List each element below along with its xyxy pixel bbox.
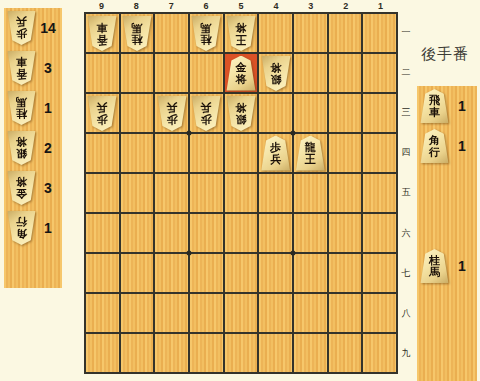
square-1-7[interactable] bbox=[363, 254, 396, 292]
square-5-2[interactable]: 金将 bbox=[225, 54, 258, 92]
koma-dragon-sente[interactable]: 龍王 bbox=[295, 136, 325, 171]
gote-hand-tray: 歩兵14香車3桂馬1銀将2金将3角行1 bbox=[4, 8, 62, 288]
square-8-1[interactable]: 桂馬 bbox=[121, 14, 154, 52]
file-label-6: 6 bbox=[189, 0, 224, 12]
koma-kanji: 車 bbox=[16, 55, 27, 67]
koma-kanji: 行 bbox=[429, 147, 440, 159]
koma-bishop-gote[interactable]: 角行 bbox=[7, 211, 36, 245]
shogi-board: 987654321 香車桂馬桂馬王将金将銀将歩兵歩兵歩兵銀将歩兵龍王 一二三四五… bbox=[82, 0, 413, 378]
hoshi-dot bbox=[187, 131, 192, 136]
square-2-4[interactable] bbox=[329, 134, 362, 172]
square-9-9[interactable] bbox=[86, 334, 119, 372]
koma-kanji: 桂 bbox=[16, 107, 27, 119]
square-3-4[interactable]: 龍王 bbox=[294, 134, 327, 172]
koma-kanji: 兵 bbox=[201, 100, 212, 112]
koma-pawn-gote[interactable]: 歩兵 bbox=[191, 96, 221, 131]
square-2-5[interactable] bbox=[329, 174, 362, 212]
hand-slot-bishop[interactable]: 角行1 bbox=[417, 126, 477, 166]
koma-kanji: 兵 bbox=[97, 100, 108, 112]
square-5-7[interactable] bbox=[225, 254, 258, 292]
koma-kanji: 将 bbox=[270, 60, 281, 72]
square-7-9[interactable] bbox=[155, 334, 188, 372]
koma-knight-gote[interactable]: 桂馬 bbox=[7, 91, 36, 125]
square-3-9[interactable] bbox=[294, 334, 327, 372]
koma-kanji: 馬 bbox=[131, 20, 142, 32]
square-6-9[interactable] bbox=[190, 334, 223, 372]
square-4-2[interactable]: 銀将 bbox=[259, 54, 292, 92]
koma-knight-gote[interactable]: 桂馬 bbox=[122, 16, 152, 51]
koma-kanji: 香 bbox=[97, 32, 108, 44]
rank-label-9: 九 bbox=[399, 334, 413, 374]
koma-kanji: 龍 bbox=[305, 142, 316, 154]
hand-count-bishop: 1 bbox=[449, 138, 475, 154]
koma-kanji: 車 bbox=[429, 107, 440, 119]
hand-slot-rook[interactable]: 飛車1 bbox=[417, 86, 477, 126]
koma-kanji: 香 bbox=[16, 67, 27, 79]
board-grid: 香車桂馬桂馬王将金将銀将歩兵歩兵歩兵銀将歩兵龍王 bbox=[84, 12, 398, 374]
square-7-4[interactable] bbox=[155, 134, 188, 172]
koma-kanji: 銀 bbox=[235, 112, 246, 124]
square-3-8[interactable] bbox=[294, 294, 327, 332]
square-5-1[interactable]: 王将 bbox=[225, 14, 258, 52]
square-1-6[interactable] bbox=[363, 214, 396, 252]
square-3-1[interactable] bbox=[294, 14, 327, 52]
square-7-7[interactable] bbox=[155, 254, 188, 292]
square-9-8[interactable] bbox=[86, 294, 119, 332]
koma-kanji: 銀 bbox=[270, 72, 281, 84]
koma-kanji: 馬 bbox=[16, 95, 27, 107]
square-8-3[interactable] bbox=[121, 94, 154, 132]
square-5-3[interactable]: 銀将 bbox=[225, 94, 258, 132]
turn-indicator: 後手番 bbox=[421, 45, 469, 64]
square-9-2[interactable] bbox=[86, 54, 119, 92]
hand-count-knight: 1 bbox=[449, 258, 475, 274]
square-3-2[interactable] bbox=[294, 54, 327, 92]
square-4-3[interactable] bbox=[259, 94, 292, 132]
square-2-9[interactable] bbox=[329, 334, 362, 372]
hand-slot-pawn[interactable]: 歩兵14 bbox=[4, 8, 62, 48]
square-6-7[interactable] bbox=[190, 254, 223, 292]
hand-slot-gold[interactable]: 金将3 bbox=[4, 168, 62, 208]
hand-count-knight: 1 bbox=[36, 100, 60, 116]
square-8-2[interactable] bbox=[121, 54, 154, 92]
hand-count-rook: 1 bbox=[449, 98, 475, 114]
rank-labels: 一二三四五六七八九 bbox=[399, 12, 413, 374]
koma-kanji: 馬 bbox=[429, 267, 440, 279]
square-9-7[interactable] bbox=[86, 254, 119, 292]
koma-bishop-sente[interactable]: 角行 bbox=[420, 129, 449, 163]
file-label-2: 2 bbox=[328, 0, 363, 12]
hand-slot-bishop[interactable]: 角行1 bbox=[4, 208, 62, 248]
square-1-3[interactable] bbox=[363, 94, 396, 132]
square-8-8[interactable] bbox=[121, 294, 154, 332]
rank-label-4: 四 bbox=[399, 133, 413, 173]
square-3-6[interactable] bbox=[294, 214, 327, 252]
koma-kanji: 歩 bbox=[16, 27, 27, 39]
koma-pawn-gote[interactable]: 歩兵 bbox=[157, 96, 187, 131]
file-label-5: 5 bbox=[224, 0, 259, 12]
square-6-6[interactable] bbox=[190, 214, 223, 252]
rank-label-8: 八 bbox=[399, 294, 413, 334]
square-1-1[interactable] bbox=[363, 14, 396, 52]
koma-kanji: 兵 bbox=[16, 15, 27, 27]
file-label-9: 9 bbox=[84, 0, 119, 12]
sente-hand-tray: 飛車1角行1桂馬1 bbox=[417, 86, 477, 381]
square-8-5[interactable] bbox=[121, 174, 154, 212]
square-1-8[interactable] bbox=[363, 294, 396, 332]
square-5-5[interactable] bbox=[225, 174, 258, 212]
square-4-7[interactable] bbox=[259, 254, 292, 292]
koma-kanji: 車 bbox=[97, 20, 108, 32]
koma-king-gote[interactable]: 王将 bbox=[226, 16, 256, 51]
koma-pawn-sente[interactable]: 歩兵 bbox=[261, 136, 291, 171]
koma-kanji: 桂 bbox=[131, 32, 142, 44]
hand-count-bishop: 1 bbox=[36, 220, 60, 236]
koma-lance-gote[interactable]: 香車 bbox=[7, 51, 36, 85]
hand-slot-silver[interactable]: 銀将2 bbox=[4, 128, 62, 168]
file-label-1: 1 bbox=[363, 0, 398, 12]
koma-pawn-gote[interactable]: 歩兵 bbox=[87, 96, 117, 131]
hand-slot-empty bbox=[4, 248, 62, 288]
square-1-9[interactable] bbox=[363, 334, 396, 372]
square-3-5[interactable] bbox=[294, 174, 327, 212]
hand-count-silver: 2 bbox=[36, 140, 60, 156]
rank-label-6: 六 bbox=[399, 213, 413, 253]
square-2-2[interactable] bbox=[329, 54, 362, 92]
koma-pawn-gote[interactable]: 歩兵 bbox=[7, 11, 36, 45]
rank-label-7: 七 bbox=[399, 253, 413, 293]
square-6-4[interactable] bbox=[190, 134, 223, 172]
square-8-6[interactable] bbox=[121, 214, 154, 252]
file-label-3: 3 bbox=[293, 0, 328, 12]
square-6-8[interactable] bbox=[190, 294, 223, 332]
koma-kanji: 馬 bbox=[201, 20, 212, 32]
koma-kanji: 将 bbox=[235, 74, 246, 86]
square-2-3[interactable] bbox=[329, 94, 362, 132]
hand-slot-knight[interactable]: 桂馬1 bbox=[4, 88, 62, 128]
koma-kanji: 兵 bbox=[270, 154, 281, 166]
rank-label-3: 三 bbox=[399, 92, 413, 132]
square-7-3[interactable]: 歩兵 bbox=[155, 94, 188, 132]
file-label-7: 7 bbox=[154, 0, 189, 12]
hand-slot-knight[interactable]: 桂馬1 bbox=[417, 246, 477, 286]
square-4-4[interactable]: 歩兵 bbox=[259, 134, 292, 172]
square-5-8[interactable] bbox=[225, 294, 258, 332]
koma-kanji: 歩 bbox=[270, 142, 281, 154]
square-3-3[interactable] bbox=[294, 94, 327, 132]
square-6-3[interactable]: 歩兵 bbox=[190, 94, 223, 132]
square-9-4[interactable] bbox=[86, 134, 119, 172]
square-7-2[interactable] bbox=[155, 54, 188, 92]
square-9-1[interactable]: 香車 bbox=[86, 14, 119, 52]
hand-slot-empty bbox=[417, 166, 477, 206]
hand-count-lance: 3 bbox=[36, 60, 60, 76]
hoshi-dot bbox=[187, 251, 192, 256]
koma-kanji: 歩 bbox=[97, 112, 108, 124]
koma-kanji: 銀 bbox=[16, 147, 27, 159]
shogi-diagram: 歩兵14香車3桂馬1銀将2金将3角行1 987654321 香車桂馬桂馬王将金将… bbox=[0, 0, 480, 381]
square-3-7[interactable] bbox=[294, 254, 327, 292]
koma-lance-gote[interactable]: 香車 bbox=[87, 16, 117, 51]
square-5-6[interactable] bbox=[225, 214, 258, 252]
file-labels: 987654321 bbox=[84, 0, 398, 12]
square-1-5[interactable] bbox=[363, 174, 396, 212]
square-4-6[interactable] bbox=[259, 214, 292, 252]
square-5-9[interactable] bbox=[225, 334, 258, 372]
koma-kanji: 将 bbox=[235, 100, 246, 112]
hand-count-gold: 3 bbox=[36, 180, 60, 196]
koma-kanji: 将 bbox=[16, 135, 27, 147]
file-label-4: 4 bbox=[258, 0, 293, 12]
square-4-5[interactable] bbox=[259, 174, 292, 212]
square-2-1[interactable] bbox=[329, 14, 362, 52]
koma-gold-gote[interactable]: 金将 bbox=[7, 171, 36, 205]
koma-silver-gote[interactable]: 銀将 bbox=[226, 96, 256, 131]
koma-rook-sente[interactable]: 飛車 bbox=[420, 89, 449, 123]
square-9-6[interactable] bbox=[86, 214, 119, 252]
square-9-3[interactable]: 歩兵 bbox=[86, 94, 119, 132]
square-4-9[interactable] bbox=[259, 334, 292, 372]
koma-kanji: 金 bbox=[235, 62, 246, 74]
square-8-7[interactable] bbox=[121, 254, 154, 292]
rank-label-5: 五 bbox=[399, 173, 413, 213]
koma-kanji: 歩 bbox=[201, 112, 212, 124]
koma-kanji: 行 bbox=[16, 215, 27, 227]
hoshi-dot bbox=[291, 131, 296, 136]
square-8-4[interactable] bbox=[121, 134, 154, 172]
rank-label-2: 二 bbox=[399, 52, 413, 92]
square-6-2[interactable] bbox=[190, 54, 223, 92]
koma-kanji: 歩 bbox=[166, 112, 177, 124]
koma-kanji: 王 bbox=[305, 154, 316, 166]
square-7-6[interactable] bbox=[155, 214, 188, 252]
koma-kanji: 金 bbox=[16, 187, 27, 199]
square-5-4[interactable] bbox=[225, 134, 258, 172]
koma-silver-gote[interactable]: 銀将 bbox=[261, 56, 291, 91]
hand-slot-empty bbox=[417, 326, 477, 366]
rank-label-1: 一 bbox=[399, 12, 413, 52]
square-2-7[interactable] bbox=[329, 254, 362, 292]
hand-slot-empty bbox=[417, 206, 477, 246]
square-7-8[interactable] bbox=[155, 294, 188, 332]
square-4-8[interactable] bbox=[259, 294, 292, 332]
square-8-9[interactable] bbox=[121, 334, 154, 372]
koma-kanji: 角 bbox=[16, 227, 27, 239]
koma-kanji: 将 bbox=[16, 175, 27, 187]
hand-count-pawn: 14 bbox=[36, 20, 60, 36]
file-label-8: 8 bbox=[119, 0, 154, 12]
koma-silver-gote[interactable]: 銀将 bbox=[7, 131, 36, 165]
koma-kanji: 王 bbox=[235, 32, 246, 44]
square-6-1[interactable]: 桂馬 bbox=[190, 14, 223, 52]
square-2-6[interactable] bbox=[329, 214, 362, 252]
koma-kanji: 桂 bbox=[201, 32, 212, 44]
koma-gold-sente[interactable]: 金将 bbox=[226, 56, 256, 91]
koma-knight-sente[interactable]: 桂馬 bbox=[420, 249, 449, 283]
hoshi-dot bbox=[291, 251, 296, 256]
koma-kanji: 将 bbox=[235, 20, 246, 32]
square-1-4[interactable] bbox=[363, 134, 396, 172]
square-9-5[interactable] bbox=[86, 174, 119, 212]
square-6-5[interactable] bbox=[190, 174, 223, 212]
square-1-2[interactable] bbox=[363, 54, 396, 92]
hand-slot-empty bbox=[417, 286, 477, 326]
square-2-8[interactable] bbox=[329, 294, 362, 332]
hand-slot-lance[interactable]: 香車3 bbox=[4, 48, 62, 88]
koma-kanji: 兵 bbox=[166, 100, 177, 112]
square-4-1[interactable] bbox=[259, 14, 292, 52]
square-7-1[interactable] bbox=[155, 14, 188, 52]
koma-knight-gote[interactable]: 桂馬 bbox=[191, 16, 221, 51]
square-7-5[interactable] bbox=[155, 174, 188, 212]
